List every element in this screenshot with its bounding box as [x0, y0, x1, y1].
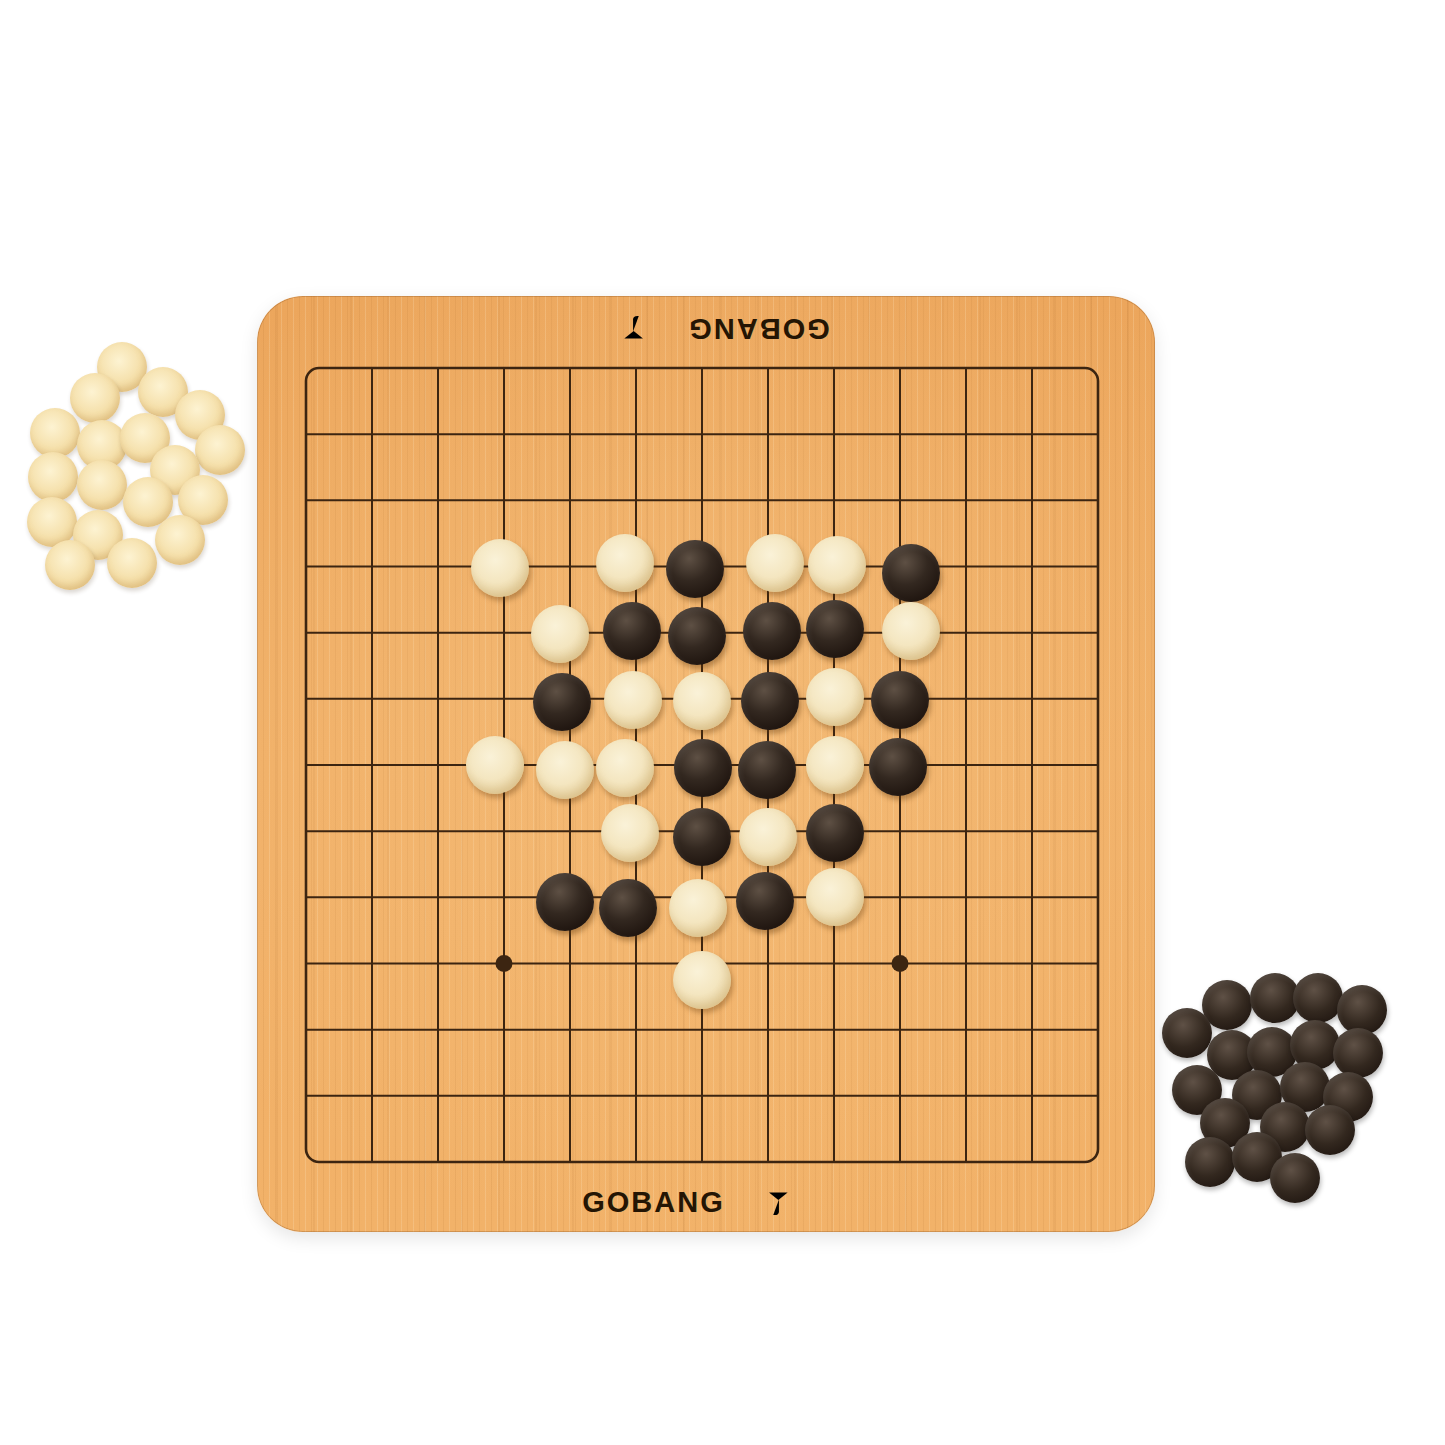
board-title-latin: GOBANG	[582, 1186, 725, 1219]
pile-stone-black[interactable]: ●	[1162, 1008, 1212, 1058]
stone-black[interactable]: ●	[736, 872, 794, 930]
stone-black[interactable]: ●	[882, 544, 940, 602]
stone-white[interactable]: ●	[531, 605, 589, 663]
stone-black[interactable]: ●	[738, 741, 796, 799]
pile-stone-white[interactable]: ●	[45, 540, 95, 590]
pile-stone-black[interactable]: ●	[1185, 1137, 1235, 1187]
stone-white[interactable]: ●	[673, 672, 731, 730]
pile-stone-white[interactable]: ●	[195, 425, 245, 475]
stone-white[interactable]: ●	[808, 536, 866, 594]
pile-stone-black[interactable]: ●	[1270, 1153, 1320, 1203]
pile-stone-white[interactable]: ●	[28, 452, 78, 502]
stone-black[interactable]: ●	[743, 602, 801, 660]
stone-black[interactable]: ●	[666, 540, 724, 598]
board-title-bottom: GOBANG	[582, 1186, 830, 1219]
pile-stone-white[interactable]: ●	[30, 408, 80, 458]
stone-black[interactable]: ●	[741, 672, 799, 730]
stone-black[interactable]: ●	[871, 671, 929, 729]
stone-black[interactable]: ●	[603, 602, 661, 660]
gobang-board: ●●●●●●●●●●●●●●●●●●●●●●●●●●●●●●●●●●● GOBA…	[257, 296, 1155, 1232]
pile-stone-black[interactable]: ●	[1293, 973, 1343, 1023]
stone-white[interactable]: ●	[536, 741, 594, 799]
board-title-latin: GOBANG	[687, 312, 830, 345]
stone-black[interactable]: ●	[536, 873, 594, 931]
stone-white[interactable]: ●	[471, 539, 529, 597]
pile-stone-white[interactable]: ●	[107, 538, 157, 588]
stone-white[interactable]: ●	[806, 668, 864, 726]
pile-stone-white[interactable]: ●	[155, 515, 205, 565]
stone-white[interactable]: ●	[806, 868, 864, 926]
stone-white[interactable]: ●	[601, 804, 659, 862]
product-photo: ●●●●●●●●●●●●●●●●●●●●●●●●●●●●●●●●●●● GOBA…	[0, 0, 1445, 1445]
pile-stone-black[interactable]: ●	[1333, 1028, 1383, 1078]
stone-black[interactable]: ●	[533, 673, 591, 731]
board-title-top: GOBANG	[582, 312, 830, 345]
stone-white[interactable]: ●	[669, 879, 727, 937]
stone-black[interactable]: ●	[668, 607, 726, 665]
stone-white[interactable]: ●	[746, 534, 804, 592]
stone-white[interactable]: ●	[604, 671, 662, 729]
stone-black[interactable]: ●	[599, 879, 657, 937]
stone-white[interactable]: ●	[466, 736, 524, 794]
pile-stone-black[interactable]: ●	[1305, 1105, 1355, 1155]
pile-stone-white[interactable]: ●	[77, 460, 127, 510]
stone-black[interactable]: ●	[869, 738, 927, 796]
cjk-wuziqi-text	[737, 1188, 830, 1218]
stone-white[interactable]: ●	[806, 736, 864, 794]
stone-black[interactable]: ●	[673, 808, 731, 866]
stone-white[interactable]: ●	[739, 808, 797, 866]
stone-white[interactable]: ●	[596, 534, 654, 592]
stone-white[interactable]: ●	[882, 602, 940, 660]
stone-black[interactable]: ●	[806, 600, 864, 658]
stone-white[interactable]: ●	[673, 951, 731, 1009]
cjk-wuziqi-text	[582, 314, 675, 344]
stone-black[interactable]: ●	[674, 739, 732, 797]
stone-black[interactable]: ●	[806, 804, 864, 862]
pile-stone-white[interactable]: ●	[70, 373, 120, 423]
stone-white[interactable]: ●	[596, 739, 654, 797]
